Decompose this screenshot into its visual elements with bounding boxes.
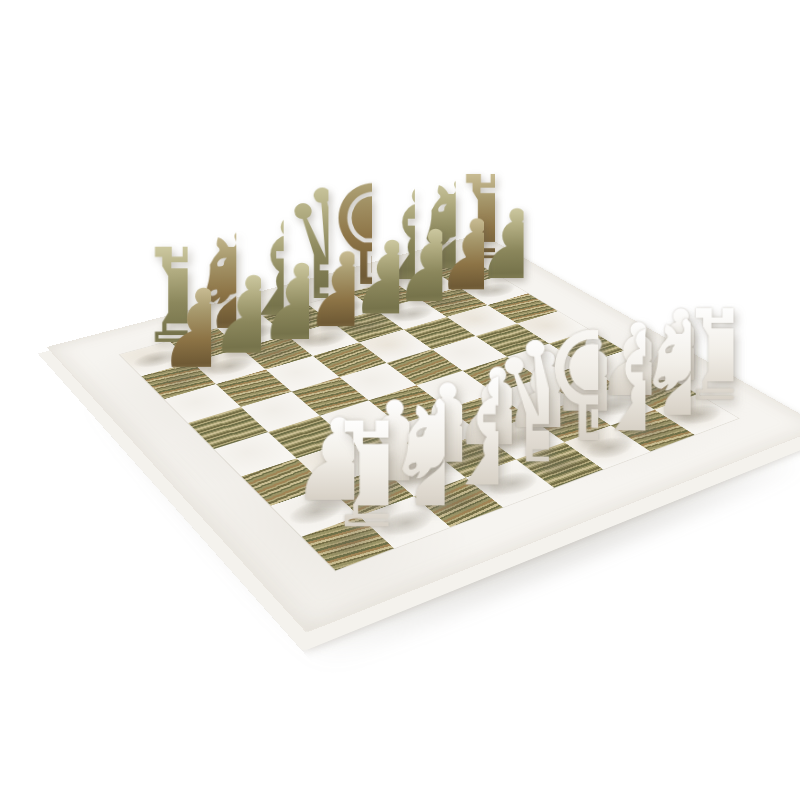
square-a1: ♜ <box>302 516 394 570</box>
photo-stage: ♜♞♝♛♚♝♞♜♟♟♟♟♟♟♟♟♟♟♟♟♟♟♟♟♜♞♝♛♚♝♞♜ <box>0 0 800 800</box>
scene: ♜♞♝♛♚♝♞♜♟♟♟♟♟♟♟♟♟♟♟♟♟♟♟♟♜♞♝♛♚♝♞♜ <box>0 0 800 800</box>
piece-white-rook-a1: ♜ <box>321 404 389 549</box>
piece-green-pawn-a7: ♟ <box>155 276 211 385</box>
board-3d: ♜♞♝♛♚♝♞♜♟♟♟♟♟♟♟♟♟♟♟♟♟♟♟♟♜♞♝♛♚♝♞♜ <box>47 234 800 633</box>
chess-board-slab: ♜♞♝♛♚♝♞♜♟♟♟♟♟♟♟♟♟♟♟♟♟♟♟♟♜♞♝♛♚♝♞♜ <box>47 234 800 633</box>
